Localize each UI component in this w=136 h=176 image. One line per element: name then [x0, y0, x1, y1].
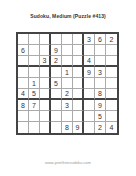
cell-r9c2[interactable] — [29, 122, 40, 133]
cell-r3c6[interactable] — [73, 56, 84, 67]
cell-r6c3[interactable] — [40, 89, 51, 100]
cell-r9c4[interactable] — [51, 122, 62, 133]
cell-r7c5[interactable]: 3 — [62, 100, 73, 111]
cell-r4c4[interactable] — [51, 67, 62, 78]
cell-r6c2[interactable]: 5 — [29, 89, 40, 100]
cell-r4c6[interactable] — [73, 67, 84, 78]
cell-r3c5[interactable] — [62, 56, 73, 67]
cell-r8c6[interactable] — [73, 111, 84, 122]
cell-r8c4[interactable] — [51, 111, 62, 122]
cell-r6c6[interactable] — [73, 89, 84, 100]
cell-r7c4[interactable] — [51, 100, 62, 111]
cell-r9c3[interactable] — [40, 122, 51, 133]
cell-r9c9[interactable]: 4 — [106, 122, 117, 133]
cell-r1c6[interactable] — [73, 34, 84, 45]
cell-r3c9[interactable] — [106, 56, 117, 67]
cell-r3c3[interactable]: 3 — [40, 56, 51, 67]
cell-r6c5[interactable]: 2 — [62, 89, 73, 100]
cell-r6c9[interactable] — [106, 89, 117, 100]
cell-r2c6[interactable] — [73, 45, 84, 56]
cell-r8c2[interactable] — [29, 111, 40, 122]
cell-r2c9[interactable] — [106, 45, 117, 56]
cell-r5c5[interactable] — [62, 78, 73, 89]
cell-r5c8[interactable] — [95, 78, 106, 89]
cell-r8c7[interactable] — [84, 111, 95, 122]
cell-r3c2[interactable] — [29, 56, 40, 67]
cell-r9c5[interactable]: 8 — [62, 122, 73, 133]
cell-r7c1[interactable]: 8 — [18, 100, 29, 111]
footer-url: www.printfreesudoku.com — [0, 160, 136, 165]
cell-r3c7[interactable]: 4 — [84, 56, 95, 67]
cell-r2c4[interactable]: 9 — [51, 45, 62, 56]
cell-r5c7[interactable] — [84, 78, 95, 89]
cell-r3c1[interactable] — [18, 56, 29, 67]
cell-r2c2[interactable] — [29, 45, 40, 56]
cell-r5c6[interactable] — [73, 78, 84, 89]
cell-r7c6[interactable] — [73, 100, 84, 111]
cell-r6c1[interactable]: 4 — [18, 89, 29, 100]
cell-r9c1[interactable] — [18, 122, 29, 133]
cell-r8c9[interactable] — [106, 111, 117, 122]
cell-r5c1[interactable] — [18, 78, 29, 89]
cell-r5c4[interactable]: 5 — [51, 78, 62, 89]
cell-r2c7[interactable] — [84, 45, 95, 56]
cell-r2c5[interactable] — [62, 45, 73, 56]
cell-r1c1[interactable] — [18, 34, 29, 45]
cell-r9c8[interactable]: 2 — [95, 122, 106, 133]
cell-r9c7[interactable] — [84, 122, 95, 133]
cell-r5c9[interactable] — [106, 78, 117, 89]
cell-r7c7[interactable] — [84, 100, 95, 111]
cell-r4c1[interactable] — [18, 67, 29, 78]
sudoku-page: Sudoku, Medium (Puzzle #413) 36269324193… — [0, 0, 136, 176]
cell-r2c8[interactable] — [95, 45, 106, 56]
cell-r6c7[interactable] — [84, 89, 95, 100]
cell-r4c2[interactable] — [29, 67, 40, 78]
cell-r8c3[interactable] — [40, 111, 51, 122]
cell-r4c8[interactable]: 3 — [95, 67, 106, 78]
cell-r6c8[interactable]: 8 — [95, 89, 106, 100]
cell-r1c8[interactable]: 6 — [95, 34, 106, 45]
page-title: Sudoku, Medium (Puzzle #413) — [0, 13, 136, 19]
cell-r4c3[interactable] — [40, 67, 51, 78]
cell-r5c3[interactable] — [40, 78, 51, 89]
cell-r4c7[interactable]: 9 — [84, 67, 95, 78]
cell-r8c8[interactable]: 5 — [95, 111, 106, 122]
cell-r1c4[interactable] — [51, 34, 62, 45]
cell-r7c2[interactable]: 7 — [29, 100, 40, 111]
sudoku-board: 36269324193154528873958924 — [16, 32, 119, 135]
cell-r8c5[interactable] — [62, 111, 73, 122]
cell-r6c4[interactable] — [51, 89, 62, 100]
cell-r7c3[interactable] — [40, 100, 51, 111]
cell-r7c8[interactable]: 9 — [95, 100, 106, 111]
cell-r2c3[interactable] — [40, 45, 51, 56]
cell-r1c5[interactable] — [62, 34, 73, 45]
cell-r8c1[interactable] — [18, 111, 29, 122]
cell-r3c8[interactable] — [95, 56, 106, 67]
cell-r7c9[interactable] — [106, 100, 117, 111]
cell-r1c2[interactable] — [29, 34, 40, 45]
cell-r9c6[interactable]: 9 — [73, 122, 84, 133]
cell-r4c9[interactable] — [106, 67, 117, 78]
cell-r1c7[interactable]: 3 — [84, 34, 95, 45]
cell-r3c4[interactable]: 2 — [51, 56, 62, 67]
cell-r2c1[interactable]: 6 — [18, 45, 29, 56]
cell-r5c2[interactable]: 1 — [29, 78, 40, 89]
cell-r1c9[interactable]: 2 — [106, 34, 117, 45]
cell-r4c5[interactable]: 1 — [62, 67, 73, 78]
cell-r1c3[interactable] — [40, 34, 51, 45]
